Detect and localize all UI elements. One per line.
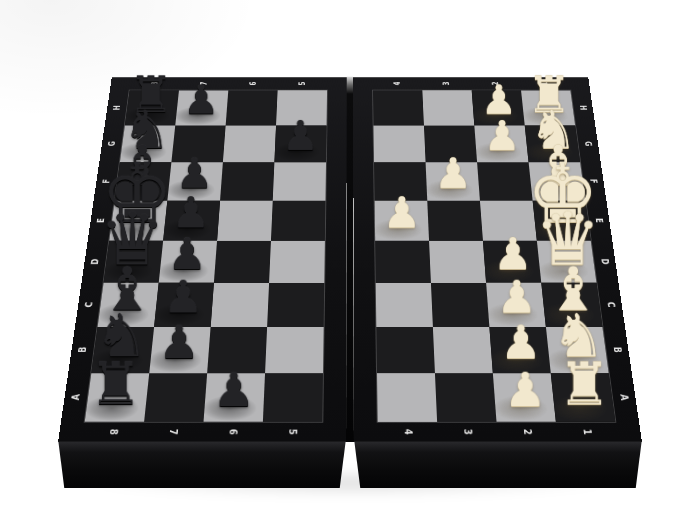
square-d3 [429, 241, 486, 283]
rank-label-7-front: 7 [164, 425, 181, 438]
black-pawn-c7: ♟ [163, 276, 203, 317]
squares-grid: ♜♟♞♟♝♟♚♟♛♟♝♟♞♟♜♟ [85, 90, 327, 421]
square-c5 [267, 283, 324, 327]
square-a1: ♜ [551, 373, 615, 422]
square-g4 [374, 126, 426, 163]
square-g6 [223, 126, 276, 163]
white-pawn-b2: ♟ [500, 321, 541, 363]
square-a7 [144, 373, 207, 422]
file-label-A-right: A [615, 391, 632, 404]
square-a4 [377, 373, 437, 422]
square-g2: ♟ [474, 126, 528, 163]
square-a2: ♟ [493, 373, 556, 422]
chess-board: ♜♟♞♟♝♟♚♟♛♟♝♟♞♟♜♟88776655ABCDEFGH ♟♜♟♞♟♝♟… [58, 77, 642, 442]
black-pawn-d7: ♟ [167, 233, 206, 273]
square-d5 [269, 241, 325, 283]
square-f3: ♟ [426, 162, 480, 200]
rank-label-4-back: 4 [391, 79, 404, 88]
squares-grid: ♟♜♟♞♟♝♟♚♟♛♟♝♟♞♟♜ [373, 90, 615, 421]
rank-label-6-front: 6 [224, 425, 241, 438]
file-label-B-right: B [608, 344, 625, 356]
square-f6 [220, 162, 274, 200]
square-b7: ♟ [149, 327, 210, 373]
white-rook-a1: ♜ [558, 357, 611, 411]
square-f5 [273, 162, 326, 200]
black-rook-a8: ♜ [89, 357, 142, 411]
square-c4 [376, 283, 433, 327]
square-h6 [226, 90, 278, 125]
square-h3 [422, 90, 474, 125]
square-a5 [263, 373, 323, 422]
square-a8: ♜ [85, 373, 149, 422]
file-label-A-left: A [68, 391, 85, 404]
black-pawn-g5: ♟ [282, 116, 319, 154]
square-h4 [373, 90, 424, 125]
board-front-edge-right [353, 442, 643, 488]
white-pawn-c2: ♟ [497, 276, 537, 317]
scene: { "game": "chess", "scene_description": … [0, 0, 700, 525]
square-b3 [433, 327, 493, 373]
square-d6 [214, 241, 271, 283]
white-pawn-f3: ♟ [434, 154, 472, 193]
black-pawn-h7: ♟ [183, 81, 219, 118]
square-e4: ♟ [375, 201, 429, 241]
square-d4 [375, 241, 431, 283]
white-pawn-e4: ♟ [383, 192, 421, 231]
square-b4 [376, 327, 435, 373]
board-front-edge-left [57, 442, 347, 488]
rank-label-4-front: 4 [400, 425, 416, 438]
square-f2 [477, 162, 533, 200]
black-pawn-a6: ♟ [213, 368, 255, 411]
rank-label-3-front: 3 [459, 425, 476, 438]
square-a6: ♟ [204, 373, 266, 422]
white-pawn-g2: ♟ [484, 116, 521, 154]
square-e6 [217, 201, 273, 241]
rank-label-8-front: 8 [104, 425, 122, 438]
square-a3 [435, 373, 497, 422]
square-c3 [431, 283, 489, 327]
square-b5 [265, 327, 324, 373]
square-e3 [427, 201, 483, 241]
square-g5: ♟ [274, 126, 326, 163]
rank-label-1-front: 1 [578, 425, 596, 438]
rank-label-5-front: 5 [284, 425, 300, 438]
file-label-H-right: H [575, 103, 590, 112]
rank-label-2-front: 2 [519, 425, 536, 438]
white-pawn-a2: ♟ [504, 368, 546, 411]
board-right-half: ♟♜♟♞♟♝♟♚♟♛♟♝♟♞♟♜44332211ABCDEFGH [353, 77, 642, 442]
square-e5 [271, 201, 325, 241]
rank-label-3-back: 3 [440, 79, 454, 88]
black-pawn-e7: ♟ [172, 192, 210, 231]
black-pawn-b7: ♟ [158, 321, 199, 363]
square-h7: ♟ [175, 90, 228, 125]
rank-label-6-back: 6 [247, 79, 261, 88]
photo-perspective: ♜♟♞♟♝♟♚♟♛♟♝♟♞♟♜♟88776655ABCDEFGH ♟♜♟♞♟♝♟… [0, 0, 700, 525]
rank-label-5-back: 5 [296, 79, 309, 88]
square-c6 [211, 283, 269, 327]
board-left-half: ♜♟♞♟♝♟♚♟♛♟♝♟♞♟♜♟88776655ABCDEFGH [58, 77, 347, 442]
white-pawn-d2: ♟ [493, 233, 532, 273]
